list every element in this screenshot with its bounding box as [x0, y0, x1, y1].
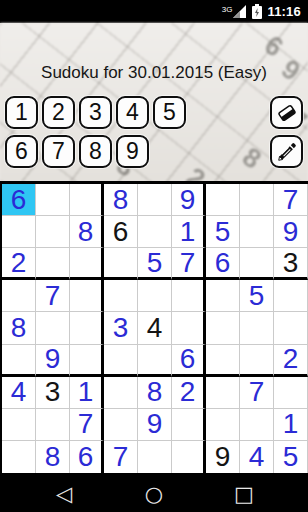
cell-r4c4[interactable] — [104, 280, 138, 312]
cell-r9c2[interactable]: 8 — [36, 441, 70, 473]
cell-r4c8[interactable]: 5 — [240, 280, 274, 312]
cell-r4c6[interactable] — [172, 280, 206, 312]
cell-r1c8[interactable] — [240, 184, 274, 216]
cell-r9c1[interactable] — [2, 441, 36, 473]
cell-r8c1[interactable] — [2, 409, 36, 441]
cell-r3c2[interactable] — [36, 248, 70, 280]
digit-button-2[interactable]: 2 — [42, 96, 75, 129]
cell-r8c2[interactable] — [36, 409, 70, 441]
cell-r4c5[interactable] — [138, 280, 172, 312]
battery-charging-icon — [252, 4, 262, 19]
cell-r2c4[interactable]: 6 — [104, 216, 138, 248]
cell-r2c7[interactable]: 5 — [206, 216, 240, 248]
cell-r6c8[interactable] — [240, 345, 274, 377]
cell-r8c6[interactable] — [172, 409, 206, 441]
cell-r1c5[interactable] — [138, 184, 172, 216]
cell-r9c6[interactable] — [172, 441, 206, 473]
number-keypad: 1 2 3 4 5 6 7 8 9 — [0, 96, 308, 168]
cell-r9c4[interactable]: 7 — [104, 441, 138, 473]
digit-button-3[interactable]: 3 — [79, 96, 112, 129]
cell-r8c9[interactable]: 1 — [274, 409, 308, 441]
cell-r2c1[interactable] — [2, 216, 36, 248]
cell-r5c2[interactable] — [36, 312, 70, 344]
cell-r3c8[interactable] — [240, 248, 274, 280]
cell-r6c7[interactable] — [206, 345, 240, 377]
cell-r6c9[interactable]: 2 — [274, 345, 308, 377]
cell-r1c7[interactable] — [206, 184, 240, 216]
signal-icon: 3G — [222, 5, 248, 18]
cell-r6c3[interactable] — [70, 345, 104, 377]
cell-r9c7[interactable]: 9 — [206, 441, 240, 473]
cell-r9c5[interactable] — [138, 441, 172, 473]
pencil-icon — [276, 141, 298, 163]
digit-button-9[interactable]: 9 — [116, 135, 149, 168]
sudoku-grid: 6897861592576375834962431827791867945 — [0, 181, 308, 476]
cell-r9c9[interactable]: 5 — [274, 441, 308, 473]
cell-r3c4[interactable] — [104, 248, 138, 280]
signal-triangle-icon — [233, 5, 247, 18]
cell-r7c2[interactable]: 3 — [36, 377, 70, 409]
clock: 11:16 — [267, 4, 301, 19]
cell-r3c1[interactable]: 2 — [2, 248, 36, 280]
cell-r7c9[interactable] — [274, 377, 308, 409]
cell-r8c8[interactable] — [240, 409, 274, 441]
cell-r2c5[interactable] — [138, 216, 172, 248]
page-title: Sudoku for 30.01.2015 (Easy) — [0, 63, 308, 83]
cell-r2c9[interactable]: 9 — [274, 216, 308, 248]
cell-r6c4[interactable] — [104, 345, 138, 377]
cell-r3c5[interactable]: 5 — [138, 248, 172, 280]
cell-r7c1[interactable]: 4 — [2, 377, 36, 409]
cell-r7c6[interactable]: 2 — [172, 377, 206, 409]
cell-r5c5[interactable]: 4 — [138, 312, 172, 344]
cell-r6c1[interactable] — [2, 345, 36, 377]
cell-r2c3[interactable]: 8 — [70, 216, 104, 248]
cell-r4c2[interactable]: 7 — [36, 280, 70, 312]
cell-r8c5[interactable]: 9 — [138, 409, 172, 441]
cell-r7c8[interactable]: 7 — [240, 377, 274, 409]
cell-r5c7[interactable] — [206, 312, 240, 344]
recents-icon[interactable]: □ — [229, 476, 259, 512]
cell-r5c3[interactable] — [70, 312, 104, 344]
pencil-button[interactable] — [270, 135, 303, 168]
cell-r6c6[interactable]: 6 — [172, 345, 206, 377]
background-faint-digit: 6 — [258, 29, 288, 63]
cell-r7c5[interactable]: 8 — [138, 377, 172, 409]
cell-r4c9[interactable] — [274, 280, 308, 312]
cell-r9c8[interactable]: 4 — [240, 441, 274, 473]
cell-r7c7[interactable] — [206, 377, 240, 409]
cell-r2c6[interactable]: 1 — [172, 216, 206, 248]
cell-r2c8[interactable] — [240, 216, 274, 248]
cell-r6c2[interactable]: 9 — [36, 345, 70, 377]
cell-r4c1[interactable] — [2, 280, 36, 312]
cell-r1c4[interactable]: 8 — [104, 184, 138, 216]
cell-r4c7[interactable] — [206, 280, 240, 312]
cell-r5c8[interactable] — [240, 312, 274, 344]
digit-button-1[interactable]: 1 — [5, 96, 38, 129]
back-icon[interactable]: ◁ — [49, 476, 79, 512]
cell-r5c6[interactable] — [172, 312, 206, 344]
cell-r3c6[interactable]: 7 — [172, 248, 206, 280]
keypad-row-1: 1 2 3 4 5 — [5, 96, 303, 129]
cell-r1c9[interactable]: 7 — [274, 184, 308, 216]
cell-r1c6[interactable]: 9 — [172, 184, 206, 216]
cell-r8c3[interactable]: 7 — [70, 409, 104, 441]
cell-r5c9[interactable] — [274, 312, 308, 344]
eraser-button[interactable] — [270, 96, 303, 129]
cell-r4c3[interactable] — [70, 280, 104, 312]
cell-r1c2[interactable] — [36, 184, 70, 216]
cell-r8c7[interactable] — [206, 409, 240, 441]
status-bar: 3G 11:16 — [0, 0, 308, 23]
keypad-row-2: 6 7 8 9 — [5, 135, 303, 168]
cell-r8c4[interactable] — [104, 409, 138, 441]
home-icon[interactable]: ○ — [139, 476, 169, 512]
cell-r9c3[interactable]: 6 — [70, 441, 104, 473]
cell-r6c5[interactable] — [138, 345, 172, 377]
cell-r7c3[interactable]: 1 — [70, 377, 104, 409]
cell-r1c1[interactable]: 6 — [2, 184, 36, 216]
app-content: 697823 Sudoku for 30.01.2015 (Easy) 1 2 … — [0, 23, 308, 476]
cell-r1c3[interactable] — [70, 184, 104, 216]
digit-button-4[interactable]: 4 — [116, 96, 149, 129]
cell-r5c4[interactable]: 3 — [104, 312, 138, 344]
cell-r3c9[interactable]: 3 — [274, 248, 308, 280]
digit-button-7[interactable]: 7 — [42, 135, 75, 168]
cell-r2c2[interactable] — [36, 216, 70, 248]
navigation-bar: ◁ ○ □ — [0, 476, 308, 512]
cell-r3c3[interactable] — [70, 248, 104, 280]
cell-r3c7[interactable]: 6 — [206, 248, 240, 280]
phone-screen: 3G 11:16 697823 Sudoku for 30.01.2015 (E… — [0, 0, 308, 512]
cell-r7c4[interactable] — [104, 377, 138, 409]
digit-button-6[interactable]: 6 — [5, 135, 38, 168]
network-type-label: 3G — [222, 6, 233, 14]
digit-button-5[interactable]: 5 — [153, 96, 186, 129]
digit-button-8[interactable]: 8 — [79, 135, 112, 168]
cell-r5c1[interactable]: 8 — [2, 312, 36, 344]
eraser-icon — [276, 102, 298, 124]
